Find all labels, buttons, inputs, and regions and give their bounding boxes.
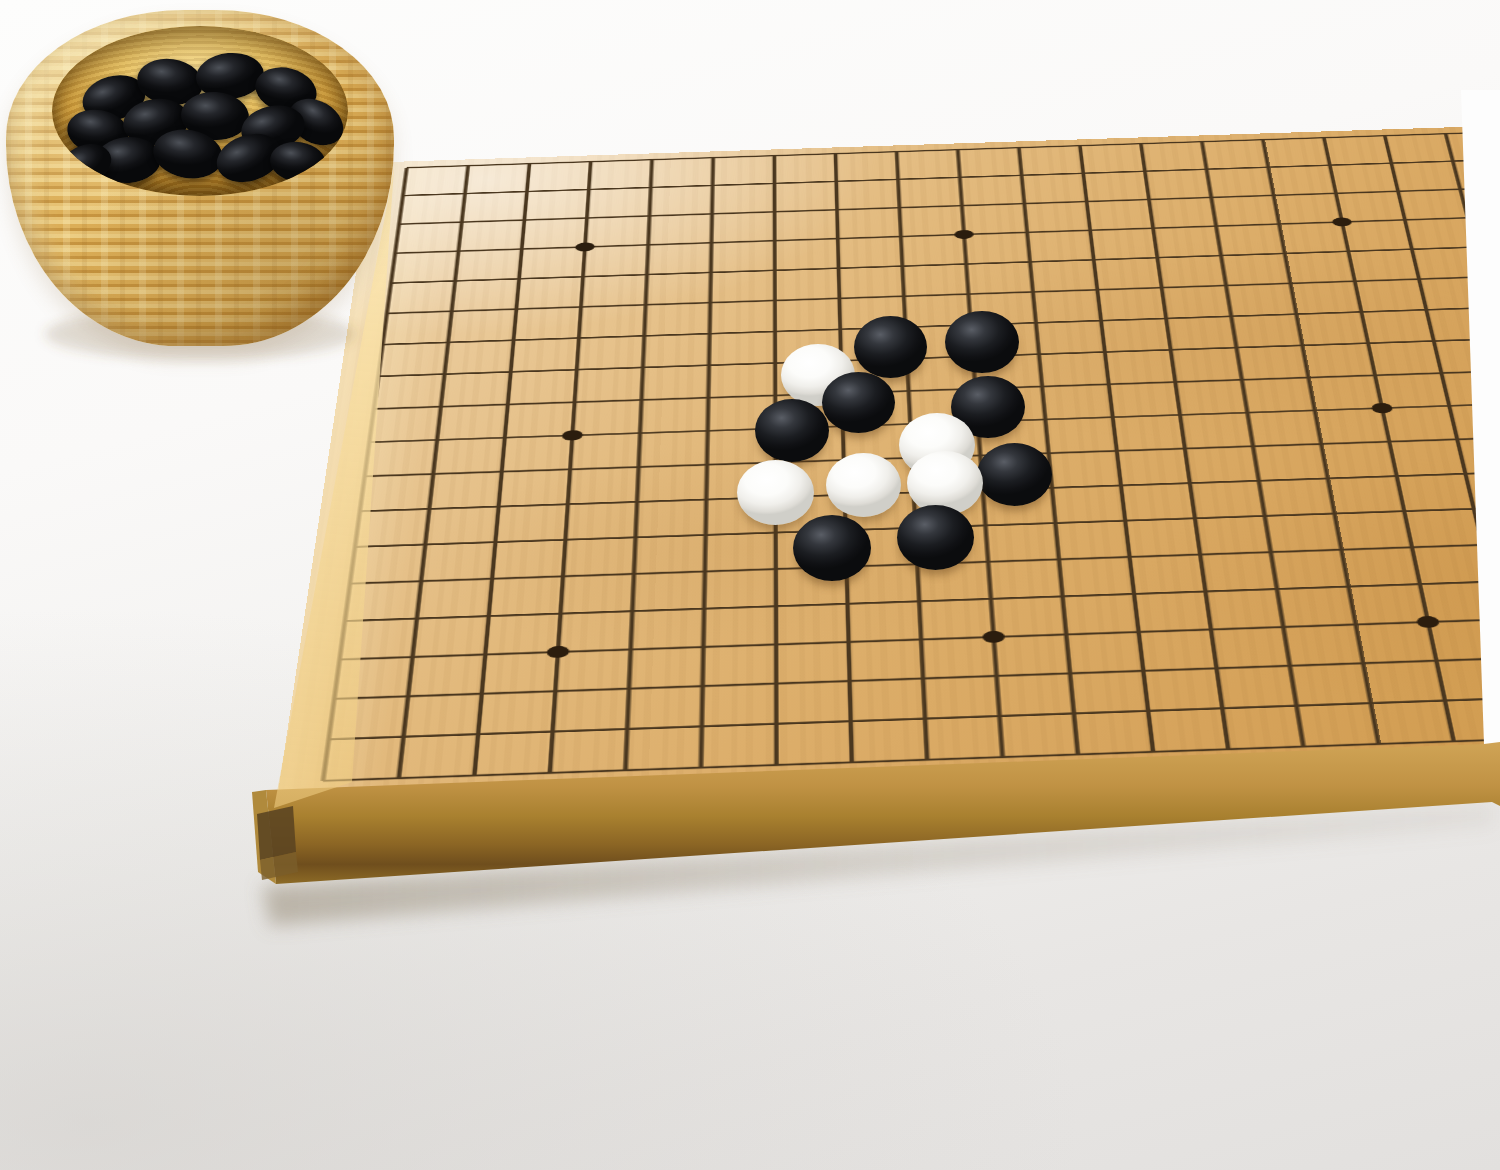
star-point xyxy=(562,430,583,441)
star-point xyxy=(982,631,1005,644)
board-side-endcap xyxy=(252,790,276,884)
dovetail-joint xyxy=(260,852,298,880)
scene xyxy=(0,0,1500,1170)
star-point xyxy=(1416,616,1441,628)
black-stone xyxy=(897,505,974,570)
grid-line-horizontal xyxy=(407,132,1500,168)
grid-line-vertical xyxy=(1385,136,1500,739)
grid-line-vertical xyxy=(625,160,651,771)
star-point xyxy=(546,646,569,659)
grid-line-vertical xyxy=(1141,144,1228,750)
grid-line-vertical xyxy=(474,164,529,776)
black-stone xyxy=(854,316,927,378)
bowl-opening xyxy=(52,26,348,196)
stone-bowl xyxy=(6,10,394,346)
star-point xyxy=(1331,217,1352,226)
star-point xyxy=(575,242,595,252)
grid-line-horizontal xyxy=(378,337,1500,377)
grid-line-vertical xyxy=(399,166,468,778)
black-stone xyxy=(945,311,1019,373)
grid-line-vertical xyxy=(1080,146,1153,752)
grid-line-vertical xyxy=(1446,134,1500,736)
black-stone xyxy=(755,399,829,462)
grid-line-vertical xyxy=(701,158,713,768)
board-shadow xyxy=(262,802,1494,926)
grid-line-horizontal xyxy=(387,275,1500,314)
star-point xyxy=(954,230,974,240)
grid-line-horizontal xyxy=(383,305,1500,344)
grid-line-vertical xyxy=(1202,142,1303,747)
grid-line-vertical xyxy=(550,162,591,773)
white-stone xyxy=(826,453,901,517)
black-stone xyxy=(977,443,1052,506)
grid-line-horizontal xyxy=(345,577,1500,621)
star-point xyxy=(1371,403,1394,414)
grid-line-horizontal xyxy=(329,693,1500,740)
grid-line-horizontal xyxy=(374,369,1500,409)
white-stone xyxy=(737,460,814,525)
grid-line-horizontal xyxy=(323,733,1500,780)
black-stone xyxy=(822,372,895,433)
grid-line-horizontal xyxy=(334,653,1500,699)
black-stone xyxy=(793,515,871,581)
grid-line-horizontal xyxy=(391,245,1500,283)
